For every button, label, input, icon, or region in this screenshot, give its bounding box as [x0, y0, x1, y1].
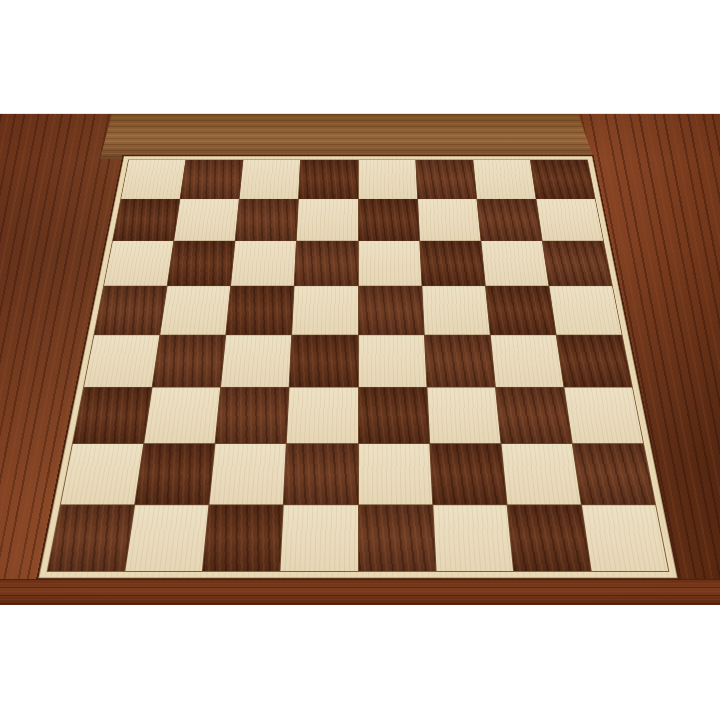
- chessboard-photo: [0, 113, 720, 605]
- square-a5: [94, 286, 166, 334]
- square-e8: [358, 160, 417, 199]
- square-f7: [418, 199, 481, 240]
- square-e1: [358, 505, 435, 571]
- square-f3: [427, 387, 500, 443]
- square-h1: [582, 505, 668, 571]
- square-g7: [477, 199, 542, 240]
- square-d2: [284, 444, 357, 505]
- square-b6: [168, 241, 235, 286]
- square-h8: [531, 160, 595, 199]
- square-d1: [281, 505, 358, 571]
- square-f8: [416, 160, 476, 199]
- square-g6: [481, 241, 548, 286]
- chessboard-squares-grid: [47, 160, 670, 572]
- table-wood-front-rail: [0, 579, 720, 605]
- square-a6: [104, 241, 173, 286]
- square-h6: [543, 241, 612, 286]
- square-c2: [210, 444, 286, 505]
- square-f4: [424, 335, 494, 387]
- square-c8: [240, 160, 300, 199]
- square-a1: [48, 505, 134, 571]
- square-e2: [358, 444, 431, 505]
- square-g5: [486, 286, 556, 334]
- square-b2: [135, 444, 214, 505]
- square-g3: [496, 387, 572, 443]
- square-b8: [180, 160, 242, 199]
- square-e3: [358, 387, 428, 443]
- square-f6: [420, 241, 485, 286]
- square-e6: [358, 241, 421, 286]
- square-b5: [160, 286, 230, 334]
- square-b1: [125, 505, 208, 571]
- square-e4: [358, 335, 426, 387]
- square-a4: [84, 335, 159, 387]
- square-h7: [536, 199, 603, 240]
- square-g8: [473, 160, 535, 199]
- square-b3: [144, 387, 220, 443]
- square-f5: [422, 286, 490, 334]
- square-e7: [358, 199, 419, 240]
- square-d3: [287, 387, 357, 443]
- square-d5: [292, 286, 357, 334]
- square-h4: [556, 335, 631, 387]
- square-d8: [299, 160, 358, 199]
- square-b7: [174, 199, 239, 240]
- square-c5: [226, 286, 294, 334]
- square-d7: [297, 199, 358, 240]
- square-d4: [290, 335, 358, 387]
- square-g1: [507, 505, 590, 571]
- square-f1: [433, 505, 513, 571]
- square-b4: [153, 335, 226, 387]
- page: [0, 0, 720, 720]
- square-h3: [564, 387, 643, 443]
- square-h5: [549, 286, 621, 334]
- square-c1: [203, 505, 283, 571]
- square-a7: [113, 199, 180, 240]
- square-c7: [236, 199, 299, 240]
- square-c4: [221, 335, 291, 387]
- square-g4: [490, 335, 563, 387]
- square-a8: [121, 160, 185, 199]
- chessboard: [36, 155, 680, 580]
- square-f2: [430, 444, 506, 505]
- square-e5: [358, 286, 423, 334]
- square-g2: [501, 444, 580, 505]
- square-a2: [61, 444, 143, 505]
- square-a3: [73, 387, 152, 443]
- square-c6: [231, 241, 296, 286]
- square-h2: [573, 444, 655, 505]
- square-d6: [295, 241, 358, 286]
- square-c3: [216, 387, 289, 443]
